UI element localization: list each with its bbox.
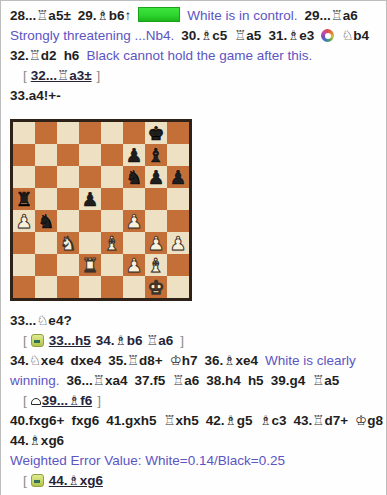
white-bishop: ♝	[145, 254, 167, 276]
square-b8	[35, 122, 57, 144]
square-h4	[167, 210, 189, 232]
square-c5	[57, 188, 79, 210]
move-token[interactable]: ♘b4	[341, 28, 369, 43]
move-token[interactable]: 29...♖a6	[304, 8, 357, 23]
move-token[interactable]: ♗c3	[259, 413, 286, 428]
move-token[interactable]: 37.f5	[134, 373, 165, 388]
square-g2: ♝	[145, 254, 167, 276]
square-b5	[35, 188, 57, 210]
notation-line: 28...♖a5±29.♗b6↑White is in control.29..…	[10, 6, 382, 26]
notation-line: 40.fxg6+fxg641.gxh5♖xh542.♗g5♗c343.♖d7+♔…	[10, 411, 382, 431]
black-pawn: ♟	[79, 188, 101, 210]
square-a8	[13, 122, 35, 144]
square-c2	[57, 254, 79, 276]
square-e7	[101, 144, 123, 166]
square-h2	[167, 254, 189, 276]
variation-bracket: [	[23, 393, 27, 408]
square-h8	[167, 122, 189, 144]
variation-bracket: ]	[180, 333, 184, 348]
white-rook: ♜	[79, 254, 101, 276]
notation-line: Weighted Error Value: White=0.14/Black=0…	[10, 451, 382, 471]
square-f6: ♞	[123, 166, 145, 188]
move-token[interactable]: 29.♗b6↑	[78, 8, 131, 23]
move-token[interactable]: 34.♘xe4	[10, 353, 63, 368]
square-a1	[13, 276, 35, 298]
square-e2	[101, 254, 123, 276]
square-c4	[57, 210, 79, 232]
move-token[interactable]: h6	[64, 48, 80, 63]
notation-line: [39...♗f6]	[10, 391, 382, 411]
move-token[interactable]: fxg6	[71, 413, 99, 428]
notation-line: 33.a4!+-	[10, 86, 382, 106]
move-token[interactable]: 33.a4!+-	[10, 88, 61, 103]
move-token[interactable]: 42.♗g5	[206, 413, 253, 428]
move-token[interactable]: h5	[248, 373, 264, 388]
square-d1	[79, 276, 101, 298]
square-e3: ♝	[101, 232, 123, 254]
move-token[interactable]: 31.♗e3	[268, 28, 314, 43]
square-a7	[13, 144, 35, 166]
square-d8	[79, 122, 101, 144]
move-token[interactable]: 41.gxh5	[106, 413, 156, 428]
notation-line: [33...h534.♗b6 ♖a6]	[10, 331, 382, 351]
square-a4: ♟	[13, 210, 35, 232]
variation-link[interactable]: 33...h5	[49, 333, 91, 348]
critical-position-icon	[321, 29, 334, 42]
square-g6: ♟	[145, 166, 167, 188]
notation-lines-below-diagram: 33...♘e4?[33...h534.♗b6 ♖a6]34.♘xe4dxe43…	[10, 311, 382, 491]
notation-line: 34.♘xe4dxe435.♖d8+♔h736.♗xe4White is cle…	[10, 351, 382, 371]
white-pawn: ♟	[123, 254, 145, 276]
equal-eval-icon	[31, 474, 44, 487]
better-is-icon	[31, 398, 41, 405]
square-b7	[35, 144, 57, 166]
variation-link[interactable]: 39...♗f6	[42, 393, 92, 408]
move-token[interactable]: ♔g8	[355, 413, 383, 428]
square-c7	[57, 144, 79, 166]
square-d2: ♜	[79, 254, 101, 276]
notation-line: 44.♗xg6	[10, 431, 382, 451]
square-e8	[101, 122, 123, 144]
square-e4	[101, 210, 123, 232]
variation-bracket: [	[23, 473, 27, 488]
square-c8	[57, 122, 79, 144]
square-f8	[123, 122, 145, 144]
notation-pane: 28...♖a5±29.♗b6↑White is in control.29..…	[0, 0, 387, 495]
square-h7	[167, 144, 189, 166]
variation-move[interactable]: 34.♗b6 ♖a6	[96, 333, 174, 348]
square-c3: ♞	[57, 232, 79, 254]
comment-text: White is in control.	[187, 8, 297, 23]
notation-lines-above-diagram: 28...♖a5±29.♗b6↑White is in control.29..…	[10, 6, 382, 106]
square-a5: ♜	[13, 188, 35, 210]
square-d3	[79, 232, 101, 254]
variation-bracket: ]	[97, 393, 101, 408]
square-d7	[79, 144, 101, 166]
move-token[interactable]: 36...♖xa4	[67, 373, 128, 388]
move-token[interactable]: 39.g4	[271, 373, 306, 388]
notation-line: [32...♖a3±]	[10, 66, 382, 86]
white-knight: ♞	[57, 232, 79, 254]
variation-link[interactable]: 44.♗xg6	[49, 473, 103, 488]
move-token[interactable]: ♖xh5	[163, 413, 198, 428]
black-pawn: ♟	[145, 166, 167, 188]
white-advantage-bar-icon	[138, 7, 180, 22]
equal-eval-icon	[31, 334, 44, 347]
comment-text: winning.	[10, 373, 60, 388]
comment-text: Weighted Error Value: White=0.14/Black=0…	[10, 453, 285, 468]
square-b4: ♞	[35, 210, 57, 232]
chess-board: ♚♟♝♞♟♟♜♟♟♞♟♞♝♟♟♜♟♝♚	[10, 119, 192, 301]
black-pawn: ♟	[123, 144, 145, 166]
black-king: ♚	[145, 122, 167, 144]
black-knight: ♞	[123, 166, 145, 188]
square-e1	[101, 276, 123, 298]
move-token[interactable]: 43.♖d7+	[294, 413, 349, 428]
move-token[interactable]: 28...♖a5±	[10, 8, 71, 23]
black-rook: ♜	[13, 188, 35, 210]
square-h5	[167, 188, 189, 210]
white-pawn: ♟	[123, 210, 145, 232]
square-g8: ♚	[145, 122, 167, 144]
square-f2: ♟	[123, 254, 145, 276]
comment-text: Black cannot hold the game after this.	[86, 48, 312, 63]
square-b1	[35, 276, 57, 298]
black-pawn: ♟	[167, 166, 189, 188]
move-token[interactable]: ♖a6	[172, 373, 199, 388]
square-g7: ♝	[145, 144, 167, 166]
square-b2	[35, 254, 57, 276]
white-king: ♚	[145, 276, 167, 298]
variation-bracket: [	[23, 68, 27, 83]
square-a2	[13, 254, 35, 276]
black-bishop: ♝	[145, 144, 167, 166]
move-token[interactable]: 32.♖d2	[10, 48, 57, 63]
square-g4	[145, 210, 167, 232]
square-f1	[123, 276, 145, 298]
square-h1	[167, 276, 189, 298]
square-f3	[123, 232, 145, 254]
comment-text: Strongly threatening ...Nb4.	[10, 28, 174, 43]
notation-line: Strongly threatening ...Nb4.30.♗c5♖a531.…	[10, 26, 382, 46]
white-pawn: ♟	[145, 232, 167, 254]
move-token[interactable]: ♖a5	[312, 373, 339, 388]
square-c6	[57, 166, 79, 188]
notation-line: 32.♖d2h6Black cannot hold the game after…	[10, 46, 382, 66]
comment-text: White is clearly	[265, 353, 356, 368]
square-a6	[13, 166, 35, 188]
white-pawn: ♟	[167, 232, 189, 254]
square-d4	[79, 210, 101, 232]
move-token[interactable]: dxe4	[70, 353, 101, 368]
square-g1: ♚	[145, 276, 167, 298]
square-b3	[35, 232, 57, 254]
board-diagram: ♚♟♝♞♟♟♜♟♟♞♟♞♝♟♟♜♟♝♚	[10, 119, 382, 301]
square-f4: ♟	[123, 210, 145, 232]
square-f7: ♟	[123, 144, 145, 166]
black-knight: ♞	[35, 210, 57, 232]
move-token[interactable]: 40.fxg6+	[10, 413, 64, 428]
move-token[interactable]: 44.♗xg6	[10, 433, 64, 448]
variation-link[interactable]: 32...♖a3±	[31, 68, 92, 83]
move-token[interactable]: ♖a5	[234, 28, 261, 43]
move-token[interactable]: 38.h4	[206, 373, 241, 388]
square-e6	[101, 166, 123, 188]
move-token[interactable]: 33...♘e4?	[10, 313, 72, 328]
square-a3	[13, 232, 35, 254]
square-h3: ♟	[167, 232, 189, 254]
square-g3: ♟	[145, 232, 167, 254]
square-c1	[57, 276, 79, 298]
white-pawn: ♟	[13, 210, 35, 232]
square-d6	[79, 166, 101, 188]
square-f5	[123, 188, 145, 210]
variation-bracket: [	[23, 333, 27, 348]
square-d5: ♟	[79, 188, 101, 210]
move-token[interactable]: ♔h7	[170, 353, 198, 368]
notation-line: winning.36...♖xa437.f5♖a638.h4h539.g4♖a5	[10, 371, 382, 391]
variation-bracket: ]	[97, 68, 101, 83]
move-token[interactable]: 30.♗c5	[181, 28, 227, 43]
square-e5	[101, 188, 123, 210]
square-b6	[35, 166, 57, 188]
move-token[interactable]: 36.♗xe4	[205, 353, 258, 368]
move-token[interactable]: 35.♖d8+	[108, 353, 163, 368]
white-bishop: ♝	[101, 232, 123, 254]
square-h6: ♟	[167, 166, 189, 188]
square-g5	[145, 188, 167, 210]
notation-line: 33...♘e4?	[10, 311, 382, 331]
notation-line: [44.♗xg6	[10, 471, 382, 491]
